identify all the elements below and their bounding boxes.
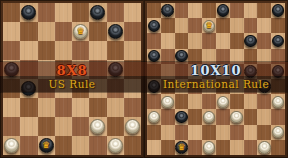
square-r8c5[interactable]	[72, 136, 89, 155]
square-r2c3[interactable]	[175, 18, 189, 33]
mode-option-10x10[interactable]: 10X10 International Rule	[144, 62, 288, 92]
square-r3c7[interactable]	[107, 41, 124, 60]
white-man[interactable]	[203, 141, 216, 154]
square-r7c1[interactable]	[147, 94, 161, 109]
square-r1c7[interactable]	[107, 3, 124, 22]
square-r9c5[interactable]	[202, 125, 216, 140]
square-r9c8[interactable]	[244, 125, 258, 140]
white-man[interactable]	[90, 119, 105, 134]
square-r3c9[interactable]	[257, 33, 271, 48]
king-crown-icon: ♛	[40, 139, 53, 152]
black-man[interactable]	[175, 111, 188, 124]
square-r3c6[interactable]	[216, 33, 230, 48]
square-r1c5[interactable]	[72, 3, 89, 22]
square-r8c8[interactable]	[244, 109, 258, 124]
white-man[interactable]	[258, 141, 271, 154]
square-r7c1[interactable]	[3, 117, 20, 136]
square-r8c4[interactable]	[188, 109, 202, 124]
square-r3c1[interactable]	[147, 33, 161, 48]
square-r9c3[interactable]	[175, 125, 189, 140]
square-r1c7[interactable]	[230, 3, 244, 18]
square-r10c10[interactable]	[271, 140, 285, 155]
mode-title-10x10: 10X10	[190, 64, 241, 78]
square-r1c1[interactable]	[147, 3, 161, 18]
square-r7c2[interactable]	[20, 117, 37, 136]
square-r1c2[interactable]	[20, 3, 37, 22]
square-r2c8[interactable]	[124, 22, 141, 41]
square-r8c5[interactable]	[202, 109, 216, 124]
square-r8c1[interactable]	[147, 109, 161, 124]
square-r2c1[interactable]	[147, 18, 161, 33]
square-r3c2[interactable]	[161, 33, 175, 48]
square-r8c3[interactable]: ♛	[38, 136, 55, 155]
square-r9c2[interactable]	[161, 125, 175, 140]
square-r1c6[interactable]	[216, 3, 230, 18]
mode-subtitle-international-rule: International Rule	[163, 78, 269, 91]
black-man[interactable]	[148, 20, 161, 33]
square-r1c3[interactable]	[175, 3, 189, 18]
square-r6c8[interactable]	[124, 98, 141, 117]
square-r10c3[interactable]: ♛	[175, 140, 189, 155]
square-r7c6[interactable]	[89, 117, 106, 136]
square-r7c6[interactable]	[216, 94, 230, 109]
square-r2c5[interactable]: ♛	[202, 18, 216, 33]
square-r7c8[interactable]	[244, 94, 258, 109]
square-r2c2[interactable]	[20, 22, 37, 41]
square-r7c4[interactable]	[55, 117, 72, 136]
square-r7c3[interactable]	[175, 94, 189, 109]
square-r3c10[interactable]	[271, 33, 285, 48]
square-r1c4[interactable]	[55, 3, 72, 22]
square-r3c8[interactable]	[244, 33, 258, 48]
square-r10c8[interactable]	[244, 140, 258, 155]
square-r6c5[interactable]	[72, 98, 89, 117]
square-r1c10[interactable]	[271, 3, 285, 18]
white-man[interactable]	[203, 111, 216, 124]
square-r10c6[interactable]	[216, 140, 230, 155]
white-man[interactable]	[108, 138, 123, 153]
square-r7c7[interactable]	[230, 94, 244, 109]
mode-subtitle-us-rule: US Rule	[48, 78, 95, 91]
white-king[interactable]: ♛	[203, 20, 216, 33]
square-r2c10[interactable]	[271, 18, 285, 33]
king-crown-icon: ♛	[204, 21, 215, 32]
square-r10c9[interactable]	[257, 140, 271, 155]
square-r10c7[interactable]	[230, 140, 244, 155]
black-man[interactable]	[272, 35, 285, 48]
square-r2c7[interactable]	[107, 22, 124, 41]
square-r2c9[interactable]	[257, 18, 271, 33]
square-r8c7[interactable]	[107, 136, 124, 155]
black-king[interactable]: ♛	[39, 138, 54, 153]
square-r3c5[interactable]	[202, 33, 216, 48]
square-r9c4[interactable]	[188, 125, 202, 140]
black-man[interactable]	[21, 5, 36, 20]
white-man[interactable]	[125, 119, 140, 134]
king-crown-icon: ♛	[74, 25, 87, 38]
square-r2c4[interactable]	[55, 22, 72, 41]
black-man[interactable]	[161, 4, 174, 17]
black-man[interactable]	[90, 5, 105, 20]
king-crown-icon: ♛	[176, 142, 187, 153]
square-r3c7[interactable]	[230, 33, 244, 48]
square-r2c2[interactable]	[161, 18, 175, 33]
mode-banner: 8X8 US Rule 10X10 International Rule	[0, 62, 288, 92]
square-r2c3[interactable]	[38, 22, 55, 41]
square-r9c10[interactable]	[271, 125, 285, 140]
square-r3c5[interactable]	[72, 41, 89, 60]
mode-option-8x8[interactable]: 8X8 US Rule	[0, 62, 144, 92]
black-man[interactable]	[244, 35, 257, 48]
square-r9c6[interactable]	[216, 125, 230, 140]
square-r9c1[interactable]	[147, 125, 161, 140]
square-r7c7[interactable]	[107, 117, 124, 136]
square-r2c4[interactable]	[188, 18, 202, 33]
square-r6c6[interactable]	[89, 98, 106, 117]
square-r3c1[interactable]	[3, 41, 20, 60]
mode-title-8x8: 8X8	[56, 64, 87, 78]
black-man[interactable]	[148, 50, 161, 63]
square-r3c6[interactable]	[89, 41, 106, 60]
black-man[interactable]	[175, 50, 188, 63]
square-r2c7[interactable]	[230, 18, 244, 33]
square-r8c2[interactable]	[161, 109, 175, 124]
square-r1c5[interactable]	[202, 3, 216, 18]
square-r1c8[interactable]	[124, 3, 141, 22]
square-r10c2[interactable]	[161, 140, 175, 155]
square-r3c4[interactable]	[55, 41, 72, 60]
square-r10c1[interactable]	[147, 140, 161, 155]
square-r7c5[interactable]	[202, 94, 216, 109]
square-r9c7[interactable]	[230, 125, 244, 140]
square-r2c5[interactable]: ♛	[72, 22, 89, 41]
square-r1c9[interactable]	[257, 3, 271, 18]
square-r1c3[interactable]	[38, 3, 55, 22]
white-man[interactable]	[161, 96, 174, 109]
square-r6c1[interactable]	[3, 98, 20, 117]
square-r2c6[interactable]	[89, 22, 106, 41]
square-r8c6[interactable]	[216, 109, 230, 124]
square-r8c2[interactable]	[20, 136, 37, 155]
square-r7c5[interactable]	[72, 117, 89, 136]
black-man[interactable]	[217, 4, 230, 17]
square-r8c4[interactable]	[55, 136, 72, 155]
white-man[interactable]	[217, 96, 230, 109]
square-r9c9[interactable]	[257, 125, 271, 140]
square-r8c9[interactable]	[257, 109, 271, 124]
square-r8c7[interactable]	[230, 109, 244, 124]
square-r2c6[interactable]	[216, 18, 230, 33]
square-r1c1[interactable]	[3, 3, 20, 22]
square-r1c6[interactable]	[89, 3, 106, 22]
square-r7c3[interactable]	[38, 117, 55, 136]
square-r3c3[interactable]	[38, 41, 55, 60]
square-r1c8[interactable]	[244, 3, 258, 18]
square-r2c8[interactable]	[244, 18, 258, 33]
square-r7c8[interactable]	[124, 117, 141, 136]
square-r8c8[interactable]	[124, 136, 141, 155]
square-r3c8[interactable]	[124, 41, 141, 60]
white-king[interactable]: ♛	[73, 24, 88, 39]
white-man[interactable]	[4, 138, 19, 153]
square-r3c3[interactable]	[175, 33, 189, 48]
square-r2c1[interactable]	[3, 22, 20, 41]
square-r7c10[interactable]	[271, 94, 285, 109]
square-r7c9[interactable]	[257, 94, 271, 109]
square-r6c3[interactable]	[38, 98, 55, 117]
black-king[interactable]: ♛	[175, 141, 188, 154]
black-man[interactable]	[108, 24, 123, 39]
square-r3c4[interactable]	[188, 33, 202, 48]
square-r7c4[interactable]	[188, 94, 202, 109]
square-r6c7[interactable]	[107, 98, 124, 117]
square-r8c10[interactable]	[271, 109, 285, 124]
square-r8c6[interactable]	[89, 136, 106, 155]
square-r7c2[interactable]	[161, 94, 175, 109]
square-r6c2[interactable]	[20, 98, 37, 117]
square-r10c5[interactable]	[202, 140, 216, 155]
square-r1c2[interactable]	[161, 3, 175, 18]
white-man[interactable]	[148, 111, 161, 124]
white-man[interactable]	[230, 111, 243, 124]
square-r3c2[interactable]	[20, 41, 37, 60]
variant-select-screen: ♛♛ ♛♛ 8X8 US Rule 10X10 International Ru…	[0, 0, 288, 158]
square-r1c4[interactable]	[188, 3, 202, 18]
square-r6c4[interactable]	[55, 98, 72, 117]
square-r8c1[interactable]	[3, 136, 20, 155]
black-man[interactable]	[272, 4, 285, 17]
square-r10c4[interactable]	[188, 140, 202, 155]
white-man[interactable]	[272, 126, 285, 139]
square-r8c3[interactable]	[175, 109, 189, 124]
white-man[interactable]	[272, 96, 285, 109]
